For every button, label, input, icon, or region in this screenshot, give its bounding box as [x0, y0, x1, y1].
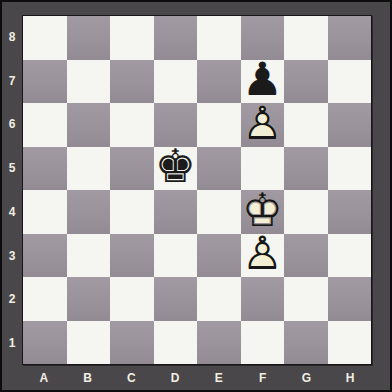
- piece-white-pawn[interactable]: ♟♙: [241, 103, 285, 147]
- square-f6[interactable]: ♟♙: [241, 103, 285, 147]
- square-g5[interactable]: [284, 147, 328, 191]
- rank-label-8: 8: [2, 15, 22, 59]
- black-pawn-glyph: ♟: [241, 58, 285, 102]
- square-g8[interactable]: [284, 16, 328, 60]
- square-e4[interactable]: [197, 190, 241, 234]
- square-e5[interactable]: [197, 147, 241, 191]
- square-c6[interactable]: [110, 103, 154, 147]
- square-h3[interactable]: [328, 234, 372, 278]
- rank-label-2: 2: [2, 278, 22, 322]
- black-king-glyph: ♚: [154, 145, 198, 189]
- square-b3[interactable]: [67, 234, 111, 278]
- square-e8[interactable]: [197, 16, 241, 60]
- square-a8[interactable]: [23, 16, 67, 60]
- white-king-glyph: ♔: [241, 188, 285, 232]
- square-h8[interactable]: [328, 16, 372, 60]
- square-h6[interactable]: [328, 103, 372, 147]
- square-b5[interactable]: [67, 147, 111, 191]
- square-c5[interactable]: [110, 147, 154, 191]
- square-d2[interactable]: [154, 277, 198, 321]
- square-g3[interactable]: [284, 234, 328, 278]
- square-c1[interactable]: [110, 321, 154, 365]
- rank-label-7: 7: [2, 59, 22, 103]
- square-c2[interactable]: [110, 277, 154, 321]
- square-a1[interactable]: [23, 321, 67, 365]
- square-h5[interactable]: [328, 147, 372, 191]
- square-d1[interactable]: [154, 321, 198, 365]
- square-e1[interactable]: [197, 321, 241, 365]
- rank-label-4: 4: [2, 190, 22, 234]
- square-h2[interactable]: [328, 277, 372, 321]
- square-e3[interactable]: [197, 234, 241, 278]
- file-label-c: C: [110, 365, 154, 391]
- square-d3[interactable]: [154, 234, 198, 278]
- file-label-d: D: [153, 365, 197, 391]
- square-e2[interactable]: [197, 277, 241, 321]
- square-g4[interactable]: [284, 190, 328, 234]
- square-f3[interactable]: ♟♙: [241, 234, 285, 278]
- piece-black-king[interactable]: ♚: [154, 147, 198, 191]
- square-b4[interactable]: [67, 190, 111, 234]
- square-h7[interactable]: [328, 60, 372, 104]
- square-c3[interactable]: [110, 234, 154, 278]
- chess-diagram: 87654321 ♟♟♙♚♚♔♟♙ ABCDEFGH: [0, 0, 392, 392]
- square-f2[interactable]: [241, 277, 285, 321]
- square-b2[interactable]: [67, 277, 111, 321]
- square-a2[interactable]: [23, 277, 67, 321]
- square-c8[interactable]: [110, 16, 154, 60]
- file-label-b: B: [66, 365, 110, 391]
- square-a7[interactable]: [23, 60, 67, 104]
- square-b7[interactable]: [67, 60, 111, 104]
- square-g2[interactable]: [284, 277, 328, 321]
- rank-label-5: 5: [2, 146, 22, 190]
- square-b8[interactable]: [67, 16, 111, 60]
- chess-board: ♟♟♙♚♚♔♟♙: [22, 15, 372, 365]
- rank-label-6: 6: [2, 103, 22, 147]
- square-h1[interactable]: [328, 321, 372, 365]
- square-a4[interactable]: [23, 190, 67, 234]
- square-a5[interactable]: [23, 147, 67, 191]
- square-d8[interactable]: [154, 16, 198, 60]
- square-a6[interactable]: [23, 103, 67, 147]
- square-b6[interactable]: [67, 103, 111, 147]
- white-pawn-glyph: ♙: [241, 101, 285, 145]
- file-label-e: E: [197, 365, 241, 391]
- rank-labels: 87654321: [2, 15, 22, 365]
- square-h4[interactable]: [328, 190, 372, 234]
- file-label-h: H: [328, 365, 372, 391]
- square-e6[interactable]: [197, 103, 241, 147]
- file-label-f: F: [241, 365, 285, 391]
- square-f1[interactable]: [241, 321, 285, 365]
- square-e7[interactable]: [197, 60, 241, 104]
- square-g7[interactable]: [284, 60, 328, 104]
- square-c7[interactable]: [110, 60, 154, 104]
- piece-white-pawn[interactable]: ♟♙: [241, 234, 285, 278]
- square-d4[interactable]: [154, 190, 198, 234]
- square-d7[interactable]: [154, 60, 198, 104]
- square-g6[interactable]: [284, 103, 328, 147]
- file-label-a: A: [22, 365, 66, 391]
- square-a3[interactable]: [23, 234, 67, 278]
- rank-label-1: 1: [2, 321, 22, 365]
- square-b1[interactable]: [67, 321, 111, 365]
- rank-label-3: 3: [2, 234, 22, 278]
- square-c4[interactable]: [110, 190, 154, 234]
- white-pawn-glyph: ♙: [241, 232, 285, 276]
- file-label-g: G: [285, 365, 329, 391]
- square-d5[interactable]: ♚: [154, 147, 198, 191]
- file-labels: ABCDEFGH: [22, 365, 372, 391]
- square-g1[interactable]: [284, 321, 328, 365]
